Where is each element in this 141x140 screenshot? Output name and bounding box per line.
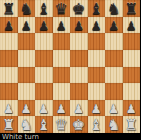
- square-d1[interactable]: ♛: [53, 116, 71, 133]
- square-c4[interactable]: [35, 67, 53, 84]
- piece-black-knight[interactable]: ♞: [20, 1, 33, 16]
- piece-black-bishop[interactable]: ♝: [37, 1, 50, 16]
- square-b4[interactable]: [18, 67, 36, 84]
- square-c2[interactable]: ♟: [35, 100, 53, 117]
- square-h2[interactable]: ♟: [123, 100, 141, 117]
- square-e8[interactable]: ♚: [70, 0, 88, 17]
- square-a5[interactable]: [0, 50, 18, 67]
- square-b6[interactable]: [18, 33, 36, 50]
- square-h3[interactable]: [123, 83, 141, 100]
- piece-white-king[interactable]: ♚: [72, 118, 85, 133]
- piece-white-pawn[interactable]: ♟: [108, 103, 119, 115]
- piece-white-queen[interactable]: ♛: [55, 118, 68, 133]
- piece-white-pawn[interactable]: ♟: [56, 103, 67, 115]
- square-c8[interactable]: ♝: [35, 0, 53, 17]
- square-a1[interactable]: ♜: [0, 116, 18, 133]
- square-g1[interactable]: ♞: [105, 116, 123, 133]
- square-g6[interactable]: [105, 33, 123, 50]
- turn-indicator: White turn: [2, 133, 39, 140]
- square-a4[interactable]: [0, 67, 18, 84]
- square-g4[interactable]: [105, 67, 123, 84]
- piece-black-rook[interactable]: ♜: [2, 1, 15, 16]
- piece-white-pawn[interactable]: ♟: [21, 103, 32, 115]
- square-g2[interactable]: ♟: [105, 100, 123, 117]
- piece-black-pawn[interactable]: ♟: [126, 19, 137, 31]
- square-b2[interactable]: ♟: [18, 100, 36, 117]
- square-h1[interactable]: ♜: [123, 116, 141, 133]
- square-d7[interactable]: ♟: [53, 17, 71, 34]
- square-h8[interactable]: ♜: [123, 0, 141, 17]
- square-g7[interactable]: ♟: [105, 17, 123, 34]
- square-b3[interactable]: [18, 83, 36, 100]
- piece-white-rook[interactable]: ♜: [2, 118, 15, 133]
- piece-white-pawn[interactable]: ♟: [3, 103, 14, 115]
- piece-black-pawn[interactable]: ♟: [38, 19, 49, 31]
- square-a7[interactable]: ♟: [0, 17, 18, 34]
- square-b7[interactable]: ♟: [18, 17, 36, 34]
- piece-black-rook[interactable]: ♜: [125, 1, 138, 16]
- square-e2[interactable]: ♟: [70, 100, 88, 117]
- square-e7[interactable]: ♟: [70, 17, 88, 34]
- square-c1[interactable]: ♝: [35, 116, 53, 133]
- square-d5[interactable]: [53, 50, 71, 67]
- piece-white-pawn[interactable]: ♟: [126, 103, 137, 115]
- square-c7[interactable]: ♟: [35, 17, 53, 34]
- piece-white-knight[interactable]: ♞: [20, 118, 33, 133]
- square-a2[interactable]: ♟: [0, 100, 18, 117]
- piece-black-bishop[interactable]: ♝: [90, 1, 103, 16]
- square-f8[interactable]: ♝: [88, 0, 106, 17]
- chess-board: ♜♞♝♛♚♝♞♜♟♟♟♟♟♟♟♟♟♟♟♟♟♟♟♟♜♞♝♛♚♝♞♜: [0, 0, 140, 133]
- square-f2[interactable]: ♟: [88, 100, 106, 117]
- piece-white-bishop[interactable]: ♝: [37, 118, 50, 133]
- square-f3[interactable]: [88, 83, 106, 100]
- square-h4[interactable]: [123, 67, 141, 84]
- piece-black-pawn[interactable]: ♟: [56, 19, 67, 31]
- piece-white-pawn[interactable]: ♟: [38, 103, 49, 115]
- square-g3[interactable]: [105, 83, 123, 100]
- square-b8[interactable]: ♞: [18, 0, 36, 17]
- square-b1[interactable]: ♞: [18, 116, 36, 133]
- square-g8[interactable]: ♞: [105, 0, 123, 17]
- piece-black-queen[interactable]: ♛: [55, 1, 68, 16]
- piece-white-pawn[interactable]: ♟: [91, 103, 102, 115]
- square-d6[interactable]: [53, 33, 71, 50]
- square-d3[interactable]: [53, 83, 71, 100]
- square-a8[interactable]: ♜: [0, 0, 18, 17]
- piece-black-knight[interactable]: ♞: [107, 1, 120, 16]
- square-f7[interactable]: ♟: [88, 17, 106, 34]
- square-c5[interactable]: [35, 50, 53, 67]
- square-g5[interactable]: [105, 50, 123, 67]
- piece-black-pawn[interactable]: ♟: [3, 19, 14, 31]
- piece-black-pawn[interactable]: ♟: [91, 19, 102, 31]
- square-h6[interactable]: [123, 33, 141, 50]
- square-d2[interactable]: ♟: [53, 100, 71, 117]
- square-d8[interactable]: ♛: [53, 0, 71, 17]
- square-e5[interactable]: [70, 50, 88, 67]
- square-e3[interactable]: [70, 83, 88, 100]
- square-h7[interactable]: ♟: [123, 17, 141, 34]
- square-c6[interactable]: [35, 33, 53, 50]
- square-a6[interactable]: [0, 33, 18, 50]
- square-f5[interactable]: [88, 50, 106, 67]
- square-e4[interactable]: [70, 67, 88, 84]
- piece-white-bishop[interactable]: ♝: [90, 118, 103, 133]
- square-b5[interactable]: [18, 50, 36, 67]
- square-c3[interactable]: [35, 83, 53, 100]
- piece-white-knight[interactable]: ♞: [107, 118, 120, 133]
- square-d4[interactable]: [53, 67, 71, 84]
- piece-white-pawn[interactable]: ♟: [73, 103, 84, 115]
- square-e1[interactable]: ♚: [70, 116, 88, 133]
- status-bar: White turn: [0, 133, 140, 140]
- square-f1[interactable]: ♝: [88, 116, 106, 133]
- chess-app-window: ♜♞♝♛♚♝♞♜♟♟♟♟♟♟♟♟♟♟♟♟♟♟♟♟♜♞♝♛♚♝♞♜ White t…: [0, 0, 140, 140]
- piece-white-rook[interactable]: ♜: [125, 118, 138, 133]
- square-e6[interactable]: [70, 33, 88, 50]
- piece-black-pawn[interactable]: ♟: [21, 19, 32, 31]
- square-f4[interactable]: [88, 67, 106, 84]
- piece-black-pawn[interactable]: ♟: [108, 19, 119, 31]
- square-h5[interactable]: [123, 50, 141, 67]
- square-a3[interactable]: [0, 83, 18, 100]
- square-f6[interactable]: [88, 33, 106, 50]
- piece-black-pawn[interactable]: ♟: [73, 19, 84, 31]
- piece-black-king[interactable]: ♚: [72, 1, 85, 16]
